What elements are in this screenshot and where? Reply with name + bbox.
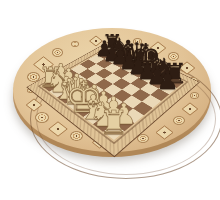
rosette-ornament bbox=[71, 41, 79, 47]
rosette-ornament bbox=[52, 48, 63, 57]
diamond-ornament bbox=[182, 102, 199, 115]
diamond-ornament bbox=[48, 121, 68, 136]
rosette-ornament bbox=[173, 116, 185, 125]
diamond-ornament bbox=[155, 125, 173, 139]
product-photo: ♜♞♝♛♚♝♞♜♟♟♟♟♟♟♟♟♟♟♟♟♟♟♟♟♜♞♝♛♚♝♞♜ bbox=[0, 0, 220, 200]
rosette-ornament bbox=[133, 38, 142, 45]
rosette-ornament bbox=[190, 92, 199, 99]
diamond-ornament bbox=[26, 98, 43, 111]
rosette-ornament bbox=[70, 131, 83, 141]
diamond-ornament bbox=[32, 56, 53, 73]
diamond-ornament bbox=[150, 41, 167, 54]
rosette-ornament bbox=[35, 112, 49, 123]
rosette-ornament bbox=[168, 52, 179, 61]
